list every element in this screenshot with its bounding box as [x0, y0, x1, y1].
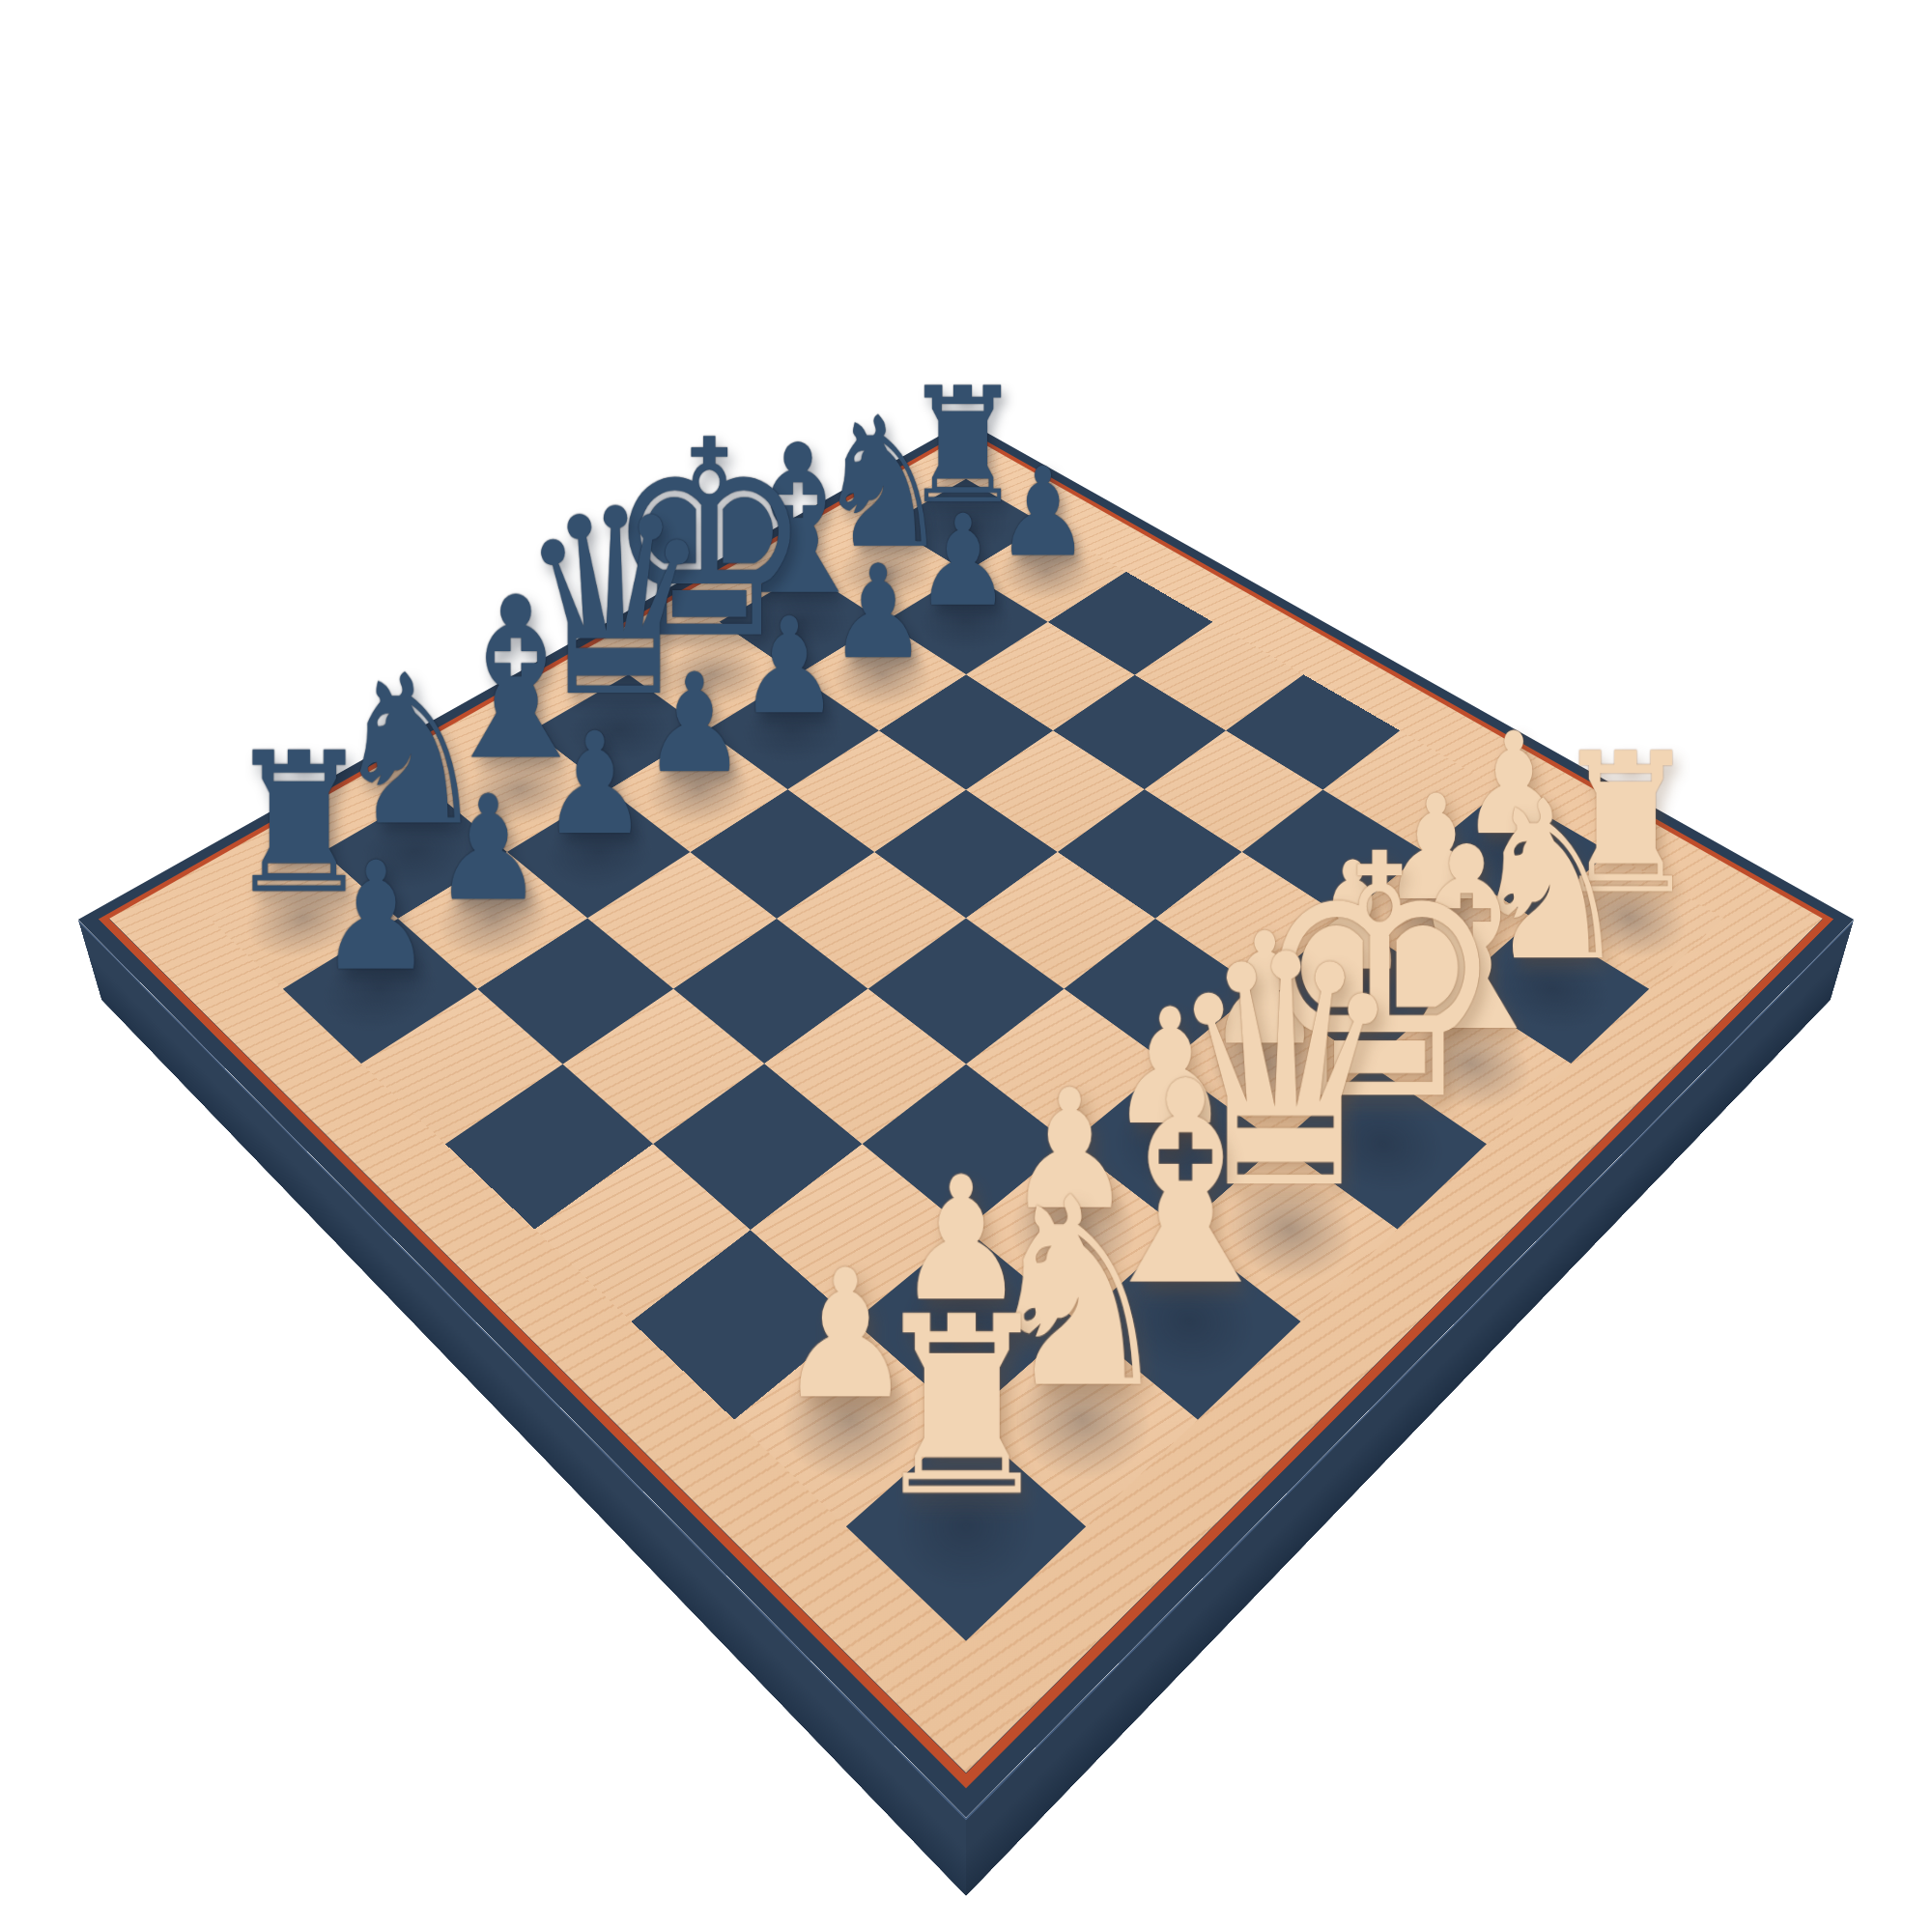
- product-photo-scene: ♜♟♟♜♞♟♟♞♝♟♟♝♚♟♟♚♛♟♟♛♝♟♟♝♞♟♟♞♜♟♟♜: [0, 0, 1932, 1932]
- square-e5[interactable]: [874, 789, 1058, 918]
- piece-black-pawn[interactable]: ♟: [541, 714, 648, 855]
- piece-black-pawn[interactable]: ♟: [319, 841, 433, 991]
- piece-black-pawn[interactable]: ♟: [642, 655, 747, 792]
- piece-black-pawn[interactable]: ♟: [915, 497, 1010, 623]
- chess-board-3d: ♜♟♟♜♞♟♟♞♝♟♟♝♚♟♟♚♛♟♟♛♝♟♟♝♞♟♟♞♜♟♟♜: [78, 421, 1854, 1818]
- piece-white-rook[interactable]: ♜: [867, 1285, 1055, 1531]
- piece-black-pawn[interactable]: ♟: [433, 776, 544, 921]
- chess-grid[interactable]: ♜♟♟♜♞♟♟♞♝♟♟♝♚♟♟♚♛♟♟♛♝♟♟♝♞♟♟♞♜♟♟♜: [209, 479, 1723, 1641]
- piece-black-pawn[interactable]: ♟: [829, 548, 927, 677]
- piece-black-pawn[interactable]: ♟: [738, 600, 839, 733]
